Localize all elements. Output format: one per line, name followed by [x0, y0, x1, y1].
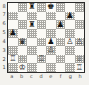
- rank-label-1: 1: [2, 64, 5, 72]
- black-king-e8: ♚: [47, 3, 54, 11]
- square-f2: [56, 55, 66, 64]
- rank-label-4: 4: [2, 37, 5, 45]
- square-e7: [46, 12, 56, 21]
- file-label-b: b: [17, 74, 27, 82]
- square-c6: ♜: [27, 20, 37, 29]
- square-c3: [27, 46, 37, 55]
- square-a5: ♟: [8, 29, 18, 38]
- square-d5: [37, 29, 47, 38]
- square-d2: ♖: [37, 55, 47, 64]
- rank-label-7: 7: [2, 11, 5, 19]
- square-b4: ♛: [18, 38, 28, 47]
- square-g8: [65, 3, 75, 12]
- black-pawn-g7: ♟: [66, 11, 73, 19]
- square-h2: ♕: [75, 55, 85, 64]
- square-a3: [8, 46, 18, 55]
- square-h5: [75, 29, 85, 38]
- square-g4: ♙: [65, 38, 75, 47]
- square-e2: [46, 55, 56, 64]
- file-label-g: g: [66, 74, 76, 82]
- square-h8: [75, 3, 85, 12]
- square-c8: ♜: [27, 3, 37, 12]
- white-rook-a2: ♖: [9, 55, 16, 63]
- square-b1: ♔: [18, 63, 28, 72]
- square-f6: ♟: [56, 20, 66, 29]
- square-d8: [37, 3, 47, 12]
- square-f5: [56, 29, 66, 38]
- black-pawn-e4: ♟: [47, 37, 54, 45]
- square-g2: [65, 55, 75, 64]
- file-label-c: c: [27, 74, 37, 82]
- white-queen-h2: ♕: [76, 55, 83, 63]
- file-labels: abcdefgh: [7, 74, 85, 82]
- square-b6: [18, 20, 28, 29]
- square-b7: [18, 12, 28, 21]
- white-rook-d2: ♖: [38, 55, 45, 63]
- square-h6: [75, 20, 85, 29]
- square-d6: [37, 20, 47, 29]
- file-label-d: d: [36, 74, 46, 82]
- chess-board: ♜♚♟♜♟♟♛♟♙♙♙♖♘♖♕♔♖: [7, 2, 85, 73]
- square-a4: [8, 38, 18, 47]
- square-d3: [37, 46, 47, 55]
- square-e4: ♟: [46, 38, 56, 47]
- white-rook-h1: ♖: [76, 63, 83, 71]
- file-label-a: a: [7, 74, 17, 82]
- square-b8: [18, 3, 28, 12]
- white-pawn-g4: ♙: [66, 37, 73, 45]
- square-f7: [56, 12, 66, 21]
- square-b3: [18, 46, 28, 55]
- white-pawn-e3: ♙: [47, 46, 54, 54]
- square-g3: [65, 46, 75, 55]
- square-c2: [27, 55, 37, 64]
- file-label-f: f: [56, 74, 66, 82]
- square-a6: [8, 20, 18, 29]
- rank-label-5: 5: [2, 29, 5, 37]
- black-queen-b4: ♛: [19, 37, 26, 45]
- black-rook-c6: ♜: [28, 20, 35, 28]
- square-e5: [46, 29, 56, 38]
- rank-label-6: 6: [2, 20, 5, 28]
- square-e3: ♙: [46, 46, 56, 55]
- square-g1: [65, 63, 75, 72]
- square-f8: [56, 3, 66, 12]
- rank-label-2: 2: [2, 55, 5, 63]
- square-f4: [56, 38, 66, 47]
- square-d1: [37, 63, 47, 72]
- file-label-e: e: [46, 74, 56, 82]
- rank-label-8: 8: [2, 2, 5, 10]
- square-a7: [8, 12, 18, 21]
- rank-label-3: 3: [2, 46, 5, 54]
- square-c4: [27, 38, 37, 47]
- square-f3: [56, 46, 66, 55]
- white-knight-b2: ♘: [19, 55, 26, 63]
- file-label-h: h: [75, 74, 85, 82]
- square-e8: ♚: [46, 3, 56, 12]
- square-e1: [46, 63, 56, 72]
- square-a2: ♖: [8, 55, 18, 64]
- black-pawn-f6: ♟: [57, 20, 64, 28]
- square-h4: ♙: [75, 38, 85, 47]
- square-g5: [65, 29, 75, 38]
- square-b5: [18, 29, 28, 38]
- square-c5: [27, 29, 37, 38]
- white-king-b1: ♔: [19, 63, 26, 71]
- square-d7: [37, 12, 47, 21]
- square-h7: [75, 12, 85, 21]
- square-g7: ♟: [65, 12, 75, 21]
- black-rook-c8: ♜: [28, 3, 35, 11]
- black-pawn-a5: ♟: [9, 29, 16, 37]
- square-d4: [37, 38, 47, 47]
- square-g6: [65, 20, 75, 29]
- square-c7: [27, 12, 37, 21]
- square-e6: [46, 20, 56, 29]
- square-a1: [8, 63, 18, 72]
- square-a8: [8, 3, 18, 12]
- square-h1: ♖: [75, 63, 85, 72]
- square-f1: [56, 63, 66, 72]
- square-h3: [75, 46, 85, 55]
- square-c1: [27, 63, 37, 72]
- white-pawn-h4: ♙: [76, 37, 83, 45]
- square-b2: ♘: [18, 55, 28, 64]
- chess-diagram: 87654321 ♜♚♟♜♟♟♛♟♙♙♙♖♘♖♕♔♖ abcdefgh: [1, 2, 85, 82]
- scanned-chess-diagram-page: 87654321 ♜♚♟♜♟♟♛♟♙♙♙♖♘♖♕♔♖ abcdefgh: [0, 0, 89, 85]
